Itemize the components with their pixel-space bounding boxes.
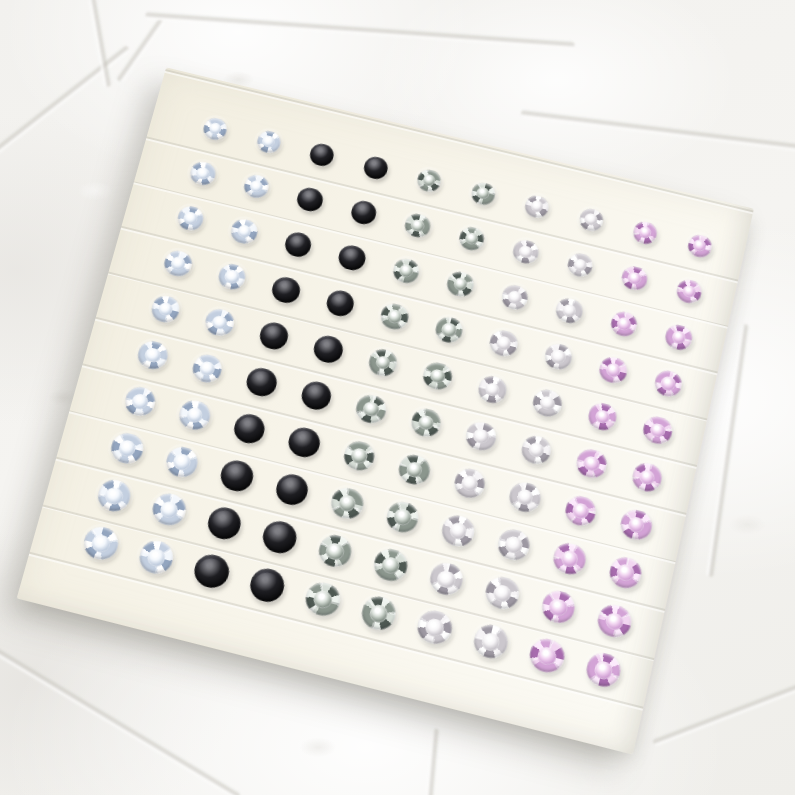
gem-r8c6-black-diamond (383, 499, 421, 536)
gem-r7c2-crystal-clear-blue (176, 398, 213, 433)
gem-r8c8-crystal-white (495, 527, 533, 564)
gem-r4c4-jet-black (324, 288, 356, 319)
gem-r6c10-light-amethyst (629, 460, 664, 494)
gem-r10c2-crystal-clear-blue (135, 538, 177, 578)
gem-r5c10-light-amethyst (641, 414, 675, 447)
gem-r4c7-crystal-white (487, 328, 519, 359)
gem-r7c1-crystal-clear-blue (121, 384, 158, 419)
gem-r9c1-crystal-clear-blue (94, 477, 134, 515)
gem-r5c7-crystal-white (476, 373, 510, 405)
gem-r4c5-black-diamond (378, 301, 410, 332)
gem-r4c2-crystal-clear-blue (216, 262, 249, 292)
gem-r8c7-crystal-white (439, 513, 477, 550)
gem-r3c7-crystal-white (499, 283, 530, 312)
gem-r6c4-jet-black (299, 379, 334, 413)
gem-r4c6-black-diamond (433, 315, 465, 346)
gem-r10c4-jet-black (246, 566, 288, 606)
gem-r1c1-crystal-clear-blue (201, 116, 229, 142)
gem-r5c8-crystal-white (530, 387, 564, 419)
gem-r7c6-black-diamond (396, 452, 433, 487)
gem-r8c2-crystal-clear-blue (163, 444, 202, 481)
gem-r1c7-crystal-white (523, 193, 551, 219)
gem-r2c6-black-diamond (457, 225, 486, 253)
gem-r9c2-crystal-clear-blue (149, 491, 189, 529)
gem-r3c6-black-diamond (445, 269, 476, 298)
gem-r7c4-jet-black (286, 425, 323, 460)
gem-r10c5-black-diamond (302, 579, 343, 619)
gem-r5c1-crystal-clear-blue (148, 293, 182, 325)
gem-r2c8-crystal-white (565, 251, 594, 279)
gem-r8c9-light-amethyst (550, 540, 588, 577)
gem-r4c3-jet-black (270, 275, 303, 306)
gem-r4c1-crystal-clear-blue (162, 248, 195, 278)
gem-r9c6-black-diamond (371, 546, 411, 585)
gem-r6c2-crystal-clear-blue (189, 352, 225, 386)
gem-r2c1-crystal-clear-blue (188, 160, 218, 187)
gem-r8c10-light-amethyst (606, 554, 644, 591)
gem-r1c4-jet-black (361, 154, 389, 180)
gem-r3c1-crystal-clear-blue (175, 204, 206, 233)
gem-r3c8-crystal-white (554, 296, 585, 325)
gem-r6c6-black-diamond (408, 406, 443, 440)
gem-r9c5-black-diamond (315, 532, 355, 571)
gem-r1c9-light-amethyst (631, 219, 659, 246)
gem-r6c8-crystal-white (519, 433, 554, 467)
gem-r5c3-jet-black (257, 320, 291, 352)
gem-r2c10-light-amethyst (674, 277, 703, 305)
gem-r7c3-jet-black (231, 411, 268, 446)
gem-r3c3-jet-black (283, 230, 314, 259)
gem-r5c6-black-diamond (421, 360, 455, 392)
gem-r3c10-light-amethyst (663, 323, 694, 353)
gem-r2c2-crystal-clear-blue (242, 173, 272, 201)
gem-r2c3-jet-black (295, 186, 325, 214)
gem-r9c7-crystal-white (426, 560, 466, 599)
gem-r1c5-black-diamond (415, 167, 443, 193)
gem-r8c1-crystal-clear-blue (108, 430, 147, 467)
gem-r6c7-crystal-white (463, 420, 498, 454)
gem-r6c1-crystal-clear-blue (135, 339, 171, 372)
gem-r10c10-light-amethyst (583, 650, 624, 691)
gem-r9c10-light-amethyst (595, 602, 635, 641)
gem-r3c5-black-diamond (391, 256, 422, 285)
photo-scene (0, 0, 795, 795)
gem-r1c6-black-diamond (469, 180, 497, 206)
gem-r2c9-light-amethyst (620, 264, 649, 292)
gem-r8c5-black-diamond (328, 485, 366, 522)
gem-r9c4-jet-black (260, 518, 300, 556)
gem-r9c3-jet-black (204, 504, 244, 542)
gem-r8c3-jet-black (218, 458, 257, 495)
gem-r1c3-jet-black (308, 142, 336, 168)
gem-r5c4-jet-black (311, 333, 345, 365)
gem-r10c1-crystal-clear-blue (80, 524, 122, 564)
gem-r2c7-crystal-white (511, 238, 540, 266)
gem-r4c8-crystal-white (542, 341, 574, 372)
gem-r3c9-light-amethyst (609, 309, 640, 339)
gem-r9c8-crystal-white (482, 574, 522, 613)
gem-r10c8-crystal-white (470, 622, 511, 663)
gem-r6c3-jet-black (244, 365, 280, 399)
gem-r7c5-black-diamond (341, 439, 378, 474)
gem-r2c4-jet-black (349, 199, 379, 227)
gem-r6c9-light-amethyst (574, 447, 609, 481)
gem-r3c2-crystal-clear-blue (229, 217, 260, 246)
gem-r5c5-black-diamond (366, 347, 400, 379)
gem-r5c9-light-amethyst (586, 400, 620, 433)
gem-r2c5-black-diamond (403, 212, 433, 240)
gem-r7c10-light-amethyst (618, 507, 655, 543)
gem-r10c6-black-diamond (358, 594, 399, 634)
gem-r1c10-light-amethyst (686, 233, 714, 260)
gem-r3c4-jet-black (337, 243, 368, 272)
gem-r10c7-crystal-white (414, 608, 455, 648)
gem-r9c9-light-amethyst (538, 588, 578, 627)
gem-r7c8-crystal-white (507, 480, 544, 516)
gem-r1c8-crystal-white (577, 206, 605, 232)
gem-r4c10-light-amethyst (652, 368, 684, 399)
gem-r6c5-black-diamond (353, 392, 388, 426)
gem-r10c9-light-amethyst (526, 636, 567, 677)
gem-r8c4-jet-black (273, 471, 311, 508)
gem-r4c9-light-amethyst (597, 355, 629, 386)
gem-r7c7-crystal-white (451, 466, 488, 502)
gem-r5c2-crystal-clear-blue (203, 307, 237, 339)
gem-r7c9-light-amethyst (562, 493, 599, 529)
gem-r1c2-crystal-clear-blue (254, 129, 282, 155)
gem-r10c3-jet-black (191, 552, 233, 592)
